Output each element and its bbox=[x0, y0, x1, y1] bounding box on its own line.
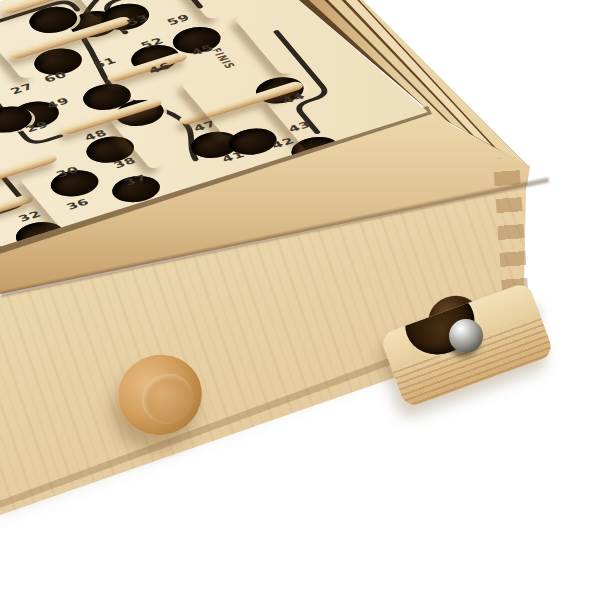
labyrinth-game-photo: FINIS 5359525160274946452948304744383736… bbox=[0, 0, 600, 600]
knob-face bbox=[135, 367, 200, 431]
steel-ball bbox=[449, 319, 483, 353]
